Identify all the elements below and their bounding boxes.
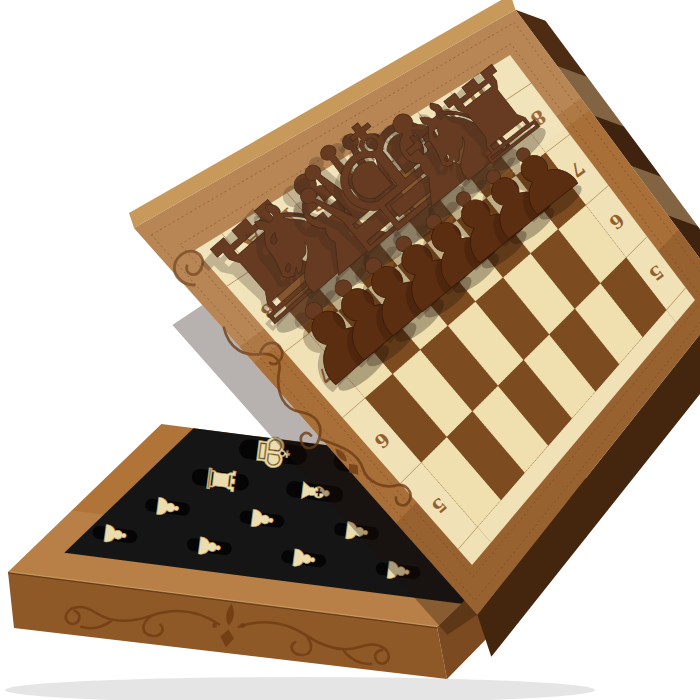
- tray-piece-white-pawn: ♟: [191, 532, 228, 562]
- chess-set-product-photo: ♟♟♟♟♟♟♟♟♜♝♞♜♚♛♝♞ABCDEFGH87658765♜♜♞♞♝♝♛♛…: [0, 0, 700, 700]
- tray-piece-white-rook: ♜: [197, 461, 244, 499]
- tray-piece-white-pawn: ♟: [243, 504, 280, 534]
- tray-piece-white-pawn: ♟: [285, 544, 322, 574]
- tray-piece-white-pawn: ♟: [96, 519, 133, 549]
- tray-piece-white-pawn: ♟: [149, 492, 186, 522]
- scene-canvas: ♟♟♟♟♟♟♟♟♜♝♞♜♚♛♝♞ABCDEFGH87658765♜♜♞♞♝♝♛♛…: [0, 0, 700, 700]
